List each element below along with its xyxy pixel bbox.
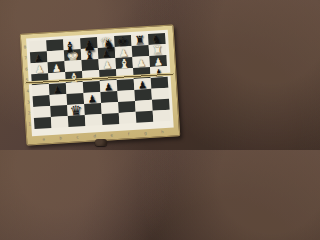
captured-pieces-tray: ♝♟♞ [63, 27, 116, 54]
square-a1[interactable] [34, 117, 52, 129]
photo-scene: { "game": "chess", "scene": "Overhead ph… [0, 0, 200, 150]
rank-label-1: 1 [28, 118, 32, 129]
captured-black-knight[interactable]: ♞ [103, 37, 116, 52]
square-f1[interactable] [119, 112, 137, 124]
chess-board: ♛♚♜♞♟♚♝♟♟♜♟♟♟♝♟♟♝♟♟♟♟♟♛ abcdefgh 8765432… [20, 24, 181, 145]
file-label-b: b [52, 135, 69, 141]
square-c1[interactable] [68, 115, 86, 127]
square-h1[interactable] [153, 110, 171, 122]
file-label-a: a [35, 136, 52, 142]
square-g1[interactable] [136, 111, 154, 123]
file-label-f: f [120, 131, 137, 137]
square-d1[interactable] [85, 114, 103, 126]
rank-label-6: 6 [25, 63, 29, 74]
file-label-c: c [69, 134, 86, 140]
file-label-h: h [154, 129, 171, 135]
file-label-g: g [137, 130, 154, 136]
captured-black-pawn[interactable]: ♟ [83, 38, 96, 53]
rank-label-4: 4 [26, 85, 30, 96]
square-b1[interactable] [51, 116, 69, 128]
rank-label-2: 2 [27, 107, 31, 118]
board-latch[interactable] [95, 139, 107, 146]
rank-label-7: 7 [24, 52, 28, 63]
file-label-e: e [103, 132, 120, 138]
rank-label-3: 3 [27, 96, 31, 107]
rank-label-8: 8 [23, 41, 27, 52]
captured-black-bishop[interactable]: ♝ [63, 39, 76, 54]
square-e1[interactable] [102, 113, 120, 125]
